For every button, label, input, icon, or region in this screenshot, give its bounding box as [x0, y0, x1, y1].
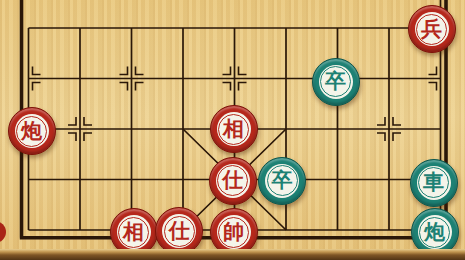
- piece-character: 仕: [156, 208, 202, 254]
- piece-red-soldier[interactable]: 兵: [408, 5, 456, 53]
- piece-red-advisor[interactable]: 仕: [209, 157, 257, 205]
- piece-character: 卒: [259, 158, 305, 204]
- piece-character: 仕: [210, 158, 256, 204]
- piece-black-soldier[interactable]: 卒: [258, 157, 306, 205]
- piece-character: 卒: [313, 59, 359, 105]
- piece-character: 相: [211, 106, 257, 152]
- piece-red-advisor[interactable]: 仕: [155, 207, 203, 255]
- board-front-edge: [0, 249, 465, 260]
- pieces-layer: 兵卒炮相仕卒車相仕帥炮: [0, 0, 465, 260]
- piece-red-elephant[interactable]: 相: [210, 105, 258, 153]
- xiangqi-board[interactable]: 兵卒炮相仕卒車相仕帥炮: [0, 0, 465, 260]
- piece-black-soldier[interactable]: 卒: [312, 58, 360, 106]
- piece-character: 炮: [9, 108, 55, 154]
- piece-red-cannon[interactable]: 炮: [8, 107, 56, 155]
- piece-character: 車: [411, 160, 457, 206]
- piece-black-chariot[interactable]: 車: [410, 159, 458, 207]
- piece-character: 兵: [409, 6, 455, 52]
